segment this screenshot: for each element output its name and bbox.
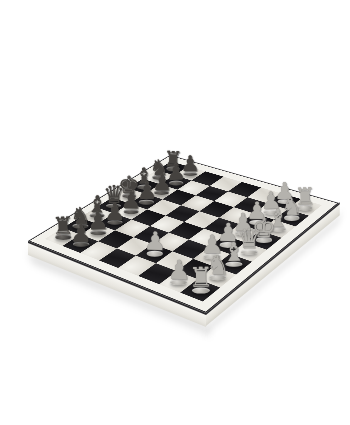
black-pawn-icon: ♟ xyxy=(70,221,92,245)
white-pawn-a2: ♟ xyxy=(167,257,191,285)
white-pawn-icon: ♟ xyxy=(143,230,166,255)
pieces-layer: ♜♟♞♟♝♟♚♟♟♛♜♟♟♝♞♟♟♞♝♟♟♜♚♟♟♛♟♟♝♞♟♜ xyxy=(0,0,350,425)
white-pawn-icon: ♟ xyxy=(167,256,191,282)
product-photo: ♜♟♞♟♝♟♚♟♟♛♜♟♟♝♞♟♟♞♝♟♟♜♚♟♟♛♟♟♝♞♟♜ xyxy=(0,0,350,425)
black-pawn-a7: ♟ xyxy=(70,221,92,246)
white-rook-a1: ♜ xyxy=(189,265,213,293)
white-rook-icon: ♜ xyxy=(188,264,213,290)
white-pawn-b4: ♟ xyxy=(144,230,166,256)
